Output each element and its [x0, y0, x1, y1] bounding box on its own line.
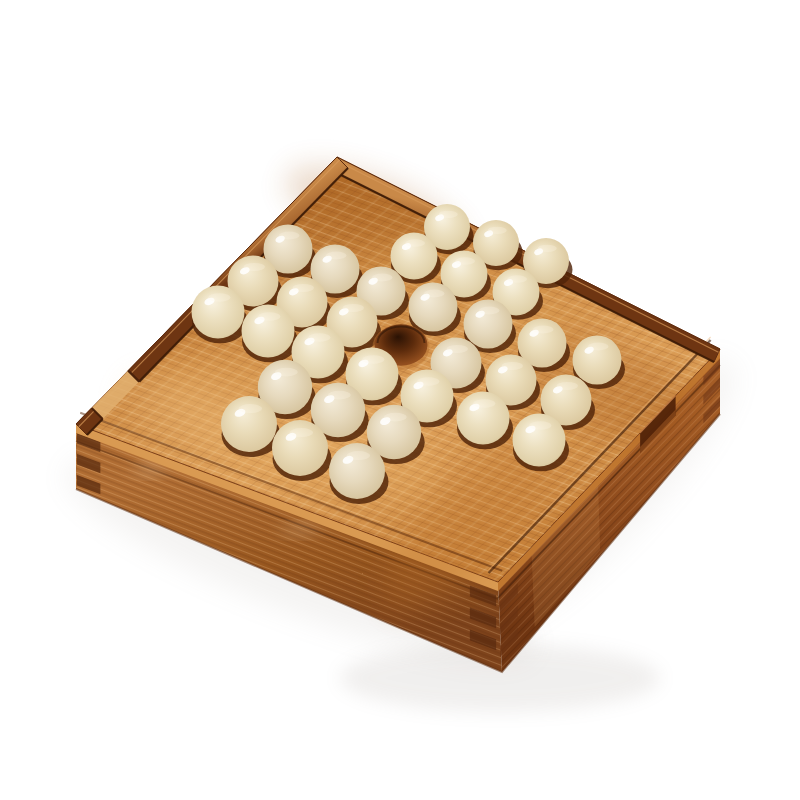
- product-photo-stage: [0, 0, 800, 800]
- solitaire-board-photo: [0, 0, 800, 800]
